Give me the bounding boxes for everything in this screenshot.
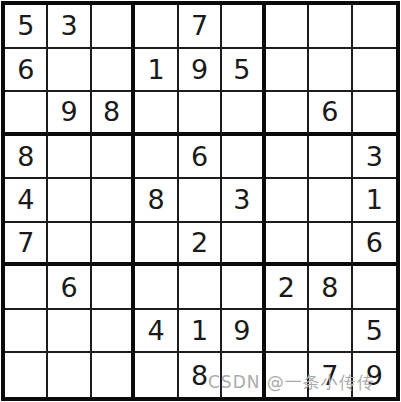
sudoku-cell-r8c5: 1 <box>179 310 222 354</box>
sudoku-cell-r3c3: 8 <box>92 92 135 136</box>
sudoku-cell-r8c8 <box>309 310 352 354</box>
sudoku-cell-r9c4 <box>135 353 178 397</box>
sudoku-cell-r1c2: 3 <box>48 5 91 49</box>
sudoku-cell-r7c8: 8 <box>309 266 352 310</box>
sudoku-cell-r1c9 <box>353 5 396 49</box>
sudoku-cell-r9c8: 7 <box>309 353 352 397</box>
sudoku-cell-r4c5: 6 <box>179 136 222 180</box>
sudoku-cell-r3c5 <box>179 92 222 136</box>
sudoku-cell-r2c9 <box>353 49 396 93</box>
sudoku-cell-r4c1: 8 <box>5 136 48 180</box>
sudoku-cell-r7c5 <box>179 266 222 310</box>
sudoku-cell-r6c8 <box>309 223 352 267</box>
sudoku-cell-r2c7 <box>266 49 309 93</box>
sudoku-cell-r8c1 <box>5 310 48 354</box>
sudoku-cell-r7c7: 2 <box>266 266 309 310</box>
sudoku-cell-r7c3 <box>92 266 135 310</box>
sudoku-cell-r6c2 <box>48 223 91 267</box>
sudoku-cell-r2c1: 6 <box>5 49 48 93</box>
sudoku-cell-r5c5 <box>179 179 222 223</box>
sudoku-cell-r9c2 <box>48 353 91 397</box>
sudoku-cell-r6c1: 7 <box>5 223 48 267</box>
sudoku-cell-r3c8: 6 <box>309 92 352 136</box>
sudoku-cell-r2c5: 9 <box>179 49 222 93</box>
sudoku-cell-r4c6 <box>222 136 265 180</box>
sudoku-cell-r3c9 <box>353 92 396 136</box>
sudoku-cell-r6c7 <box>266 223 309 267</box>
sudoku-cell-r4c9: 3 <box>353 136 396 180</box>
sudoku-cell-r3c1 <box>5 92 48 136</box>
sudoku-cell-r8c3 <box>92 310 135 354</box>
sudoku-cell-r9c6 <box>222 353 265 397</box>
sudoku-cell-r5c3 <box>92 179 135 223</box>
sudoku-cell-r9c3 <box>92 353 135 397</box>
sudoku-cell-r6c9: 6 <box>353 223 396 267</box>
sudoku-cell-r6c6 <box>222 223 265 267</box>
sudoku-cell-r9c5: 8 <box>179 353 222 397</box>
sudoku-cell-r5c2 <box>48 179 91 223</box>
sudoku-cell-r6c3 <box>92 223 135 267</box>
sudoku-cell-r4c2 <box>48 136 91 180</box>
sudoku-cell-r6c4 <box>135 223 178 267</box>
sudoku-cell-r2c8 <box>309 49 352 93</box>
sudoku-cell-r2c6: 5 <box>222 49 265 93</box>
sudoku-cell-r5c4: 8 <box>135 179 178 223</box>
sudoku-cell-r9c7 <box>266 353 309 397</box>
sudoku-board: 5 3 7 6 1 9 5 9 8 6 8 6 3 4 <box>1 1 400 401</box>
sudoku-cell-r9c1 <box>5 353 48 397</box>
sudoku-cell-r4c3 <box>92 136 135 180</box>
sudoku-cell-r1c6 <box>222 5 265 49</box>
sudoku-cell-r4c7 <box>266 136 309 180</box>
sudoku-cell-r1c5: 7 <box>179 5 222 49</box>
sudoku-cell-r5c1: 4 <box>5 179 48 223</box>
sudoku-cell-r7c4 <box>135 266 178 310</box>
sudoku-cell-r8c2 <box>48 310 91 354</box>
sudoku-cell-r4c8 <box>309 136 352 180</box>
sudoku-cell-r3c2: 9 <box>48 92 91 136</box>
sudoku-cell-r4c4 <box>135 136 178 180</box>
sudoku-cell-r6c5: 2 <box>179 223 222 267</box>
sudoku-cell-r2c2 <box>48 49 91 93</box>
sudoku-cell-r1c8 <box>309 5 352 49</box>
sudoku-cell-r8c6: 9 <box>222 310 265 354</box>
sudoku-cell-r5c7 <box>266 179 309 223</box>
sudoku-cell-r8c9: 5 <box>353 310 396 354</box>
sudoku-cell-r5c6: 3 <box>222 179 265 223</box>
sudoku-cell-r8c7 <box>266 310 309 354</box>
sudoku-cell-r8c4: 4 <box>135 310 178 354</box>
sudoku-cell-r7c9 <box>353 266 396 310</box>
sudoku-cell-r7c6 <box>222 266 265 310</box>
sudoku-cell-r3c4 <box>135 92 178 136</box>
sudoku-cell-r7c1 <box>5 266 48 310</box>
sudoku-diagram: 5 3 7 6 1 9 5 9 8 6 8 6 3 4 <box>0 0 401 402</box>
sudoku-cell-r1c1: 5 <box>5 5 48 49</box>
sudoku-cell-r3c7 <box>266 92 309 136</box>
sudoku-cell-r5c9: 1 <box>353 179 396 223</box>
sudoku-cell-r2c4: 1 <box>135 49 178 93</box>
sudoku-cell-r9c9: 9 <box>353 353 396 397</box>
sudoku-cell-r1c7 <box>266 5 309 49</box>
sudoku-cell-r1c3 <box>92 5 135 49</box>
sudoku-cell-r2c3 <box>92 49 135 93</box>
sudoku-cell-r3c6 <box>222 92 265 136</box>
sudoku-cell-r7c2: 6 <box>48 266 91 310</box>
sudoku-cell-r1c4 <box>135 5 178 49</box>
sudoku-cell-r5c8 <box>309 179 352 223</box>
